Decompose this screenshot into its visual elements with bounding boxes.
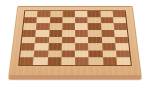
board-square (21, 43, 35, 50)
board-square (89, 50, 103, 57)
board-square (114, 36, 128, 43)
board-square (48, 43, 62, 50)
board-square (61, 43, 75, 50)
board-square (61, 58, 75, 65)
board-square (35, 36, 49, 43)
board-square (20, 50, 34, 57)
board-square (102, 50, 116, 57)
board-square (88, 43, 102, 50)
board-square (19, 58, 34, 65)
board-square (48, 36, 62, 43)
board-square (88, 36, 102, 43)
board-square (75, 30, 88, 37)
board-square (61, 50, 75, 57)
board-square (102, 43, 116, 50)
board-square (102, 58, 116, 65)
board-square (75, 43, 89, 50)
board-square (33, 58, 47, 65)
board-square (34, 50, 48, 57)
board-square (116, 58, 131, 65)
board-square (114, 30, 128, 37)
board-square (75, 36, 88, 43)
board-square (22, 30, 36, 37)
board-square (48, 50, 62, 57)
board-square (47, 58, 61, 65)
board-square (116, 50, 130, 57)
board-square (101, 30, 115, 37)
board-square (49, 30, 62, 37)
board-square (115, 43, 129, 50)
board-grid (19, 11, 130, 65)
board-square (101, 36, 115, 43)
board-square (75, 58, 89, 65)
chessboard (8, 6, 142, 80)
board-square (62, 36, 75, 43)
board-square (22, 36, 36, 43)
product-photo (0, 0, 150, 93)
board-square (34, 43, 48, 50)
board-square (75, 50, 89, 57)
board-square (88, 30, 101, 37)
board-square (89, 58, 103, 65)
board-square (62, 30, 75, 37)
board-square (36, 30, 50, 37)
